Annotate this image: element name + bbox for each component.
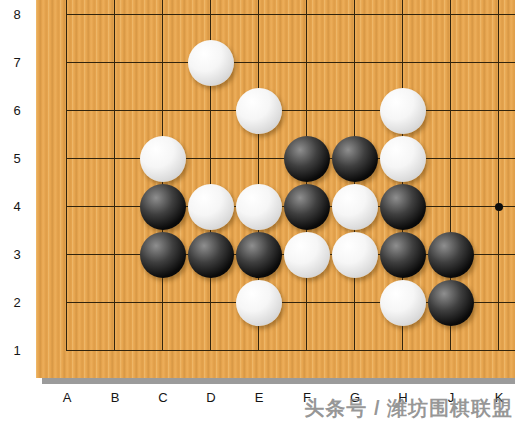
stone-black-E3[interactable] xyxy=(236,232,282,278)
grid-line-horizontal xyxy=(427,350,475,351)
stone-black-C3[interactable] xyxy=(140,232,186,278)
col-label-D: D xyxy=(199,389,223,407)
grid-line-vertical xyxy=(114,279,115,327)
intersection-E8[interactable] xyxy=(235,0,283,39)
row-label-2: 2 xyxy=(6,294,28,312)
grid-line-horizontal xyxy=(91,62,139,63)
grid-line-vertical xyxy=(258,135,259,183)
grid-line-horizontal xyxy=(235,158,283,159)
intersection-B7[interactable] xyxy=(91,39,139,87)
grid-line-horizontal xyxy=(331,302,379,303)
grid-line-vertical xyxy=(354,327,355,351)
stone-black-J2[interactable] xyxy=(428,280,474,326)
grid-line-horizontal xyxy=(139,62,187,63)
grid-line-vertical xyxy=(114,231,115,279)
intersection-A3[interactable] xyxy=(43,231,91,279)
intersection-A4[interactable] xyxy=(43,183,91,231)
grid-line-horizontal xyxy=(187,302,235,303)
intersection-C7[interactable] xyxy=(139,39,187,87)
grid-line-horizontal xyxy=(91,302,139,303)
grid-line-vertical xyxy=(402,0,403,39)
intersection-C8[interactable] xyxy=(139,0,187,39)
stone-black-F4[interactable] xyxy=(284,184,330,230)
grid-line-horizontal xyxy=(427,206,475,207)
grid-line-vertical xyxy=(450,135,451,183)
stone-white-G4[interactable] xyxy=(332,184,378,230)
intersection-K1[interactable] xyxy=(475,327,515,375)
stone-white-D7[interactable] xyxy=(188,40,234,86)
intersection-H5[interactable] xyxy=(379,135,427,183)
grid-line-vertical xyxy=(306,279,307,327)
intersection-H2[interactable] xyxy=(379,279,427,327)
intersection-J5[interactable] xyxy=(427,135,475,183)
grid-line-vertical xyxy=(114,183,115,231)
intersection-H8[interactable] xyxy=(379,0,427,39)
grid-line-horizontal xyxy=(235,62,283,63)
stone-black-D3[interactable] xyxy=(188,232,234,278)
grid-line-horizontal xyxy=(379,14,427,15)
intersection-D5[interactable] xyxy=(187,135,235,183)
intersection-B5[interactable] xyxy=(91,135,139,183)
intersection-G7[interactable] xyxy=(331,39,379,87)
col-label-E: E xyxy=(247,389,271,407)
grid-line-horizontal xyxy=(66,158,91,159)
grid-line-vertical xyxy=(162,39,163,87)
row-label-8: 8 xyxy=(6,6,28,24)
grid-line-vertical xyxy=(162,87,163,135)
stone-white-H2[interactable] xyxy=(380,280,426,326)
intersection-B2[interactable] xyxy=(91,279,139,327)
grid-line-horizontal xyxy=(66,206,91,207)
intersection-G5[interactable] xyxy=(331,135,379,183)
grid-line-vertical xyxy=(66,87,67,135)
grid-line-horizontal xyxy=(91,254,139,255)
grid-line-vertical xyxy=(66,231,67,279)
intersection-J2[interactable] xyxy=(427,279,475,327)
grid-line-horizontal xyxy=(331,110,379,111)
row-label-7: 7 xyxy=(6,54,28,72)
grid-line-vertical xyxy=(66,279,67,327)
grid-line-vertical xyxy=(498,135,499,183)
grid-line-horizontal xyxy=(331,350,379,351)
stone-black-H3[interactable] xyxy=(380,232,426,278)
grid-line-horizontal xyxy=(139,14,187,15)
intersection-C5[interactable] xyxy=(139,135,187,183)
intersection-J7[interactable] xyxy=(427,39,475,87)
grid-line-horizontal xyxy=(427,14,475,15)
intersection-F5[interactable] xyxy=(283,135,331,183)
grid-line-horizontal xyxy=(475,254,515,255)
grid-line-vertical xyxy=(498,231,499,279)
grid-line-horizontal xyxy=(379,62,427,63)
grid-line-horizontal xyxy=(331,62,379,63)
grid-line-horizontal xyxy=(379,350,427,351)
intersection-H6[interactable] xyxy=(379,87,427,135)
intersection-E7[interactable] xyxy=(235,39,283,87)
intersection-C2[interactable] xyxy=(139,279,187,327)
row-label-3: 3 xyxy=(6,246,28,264)
grid-line-vertical xyxy=(498,327,499,351)
grid-line-vertical xyxy=(450,327,451,351)
grid-line-horizontal xyxy=(66,62,91,63)
stone-black-H4[interactable] xyxy=(380,184,426,230)
intersection-E5[interactable] xyxy=(235,135,283,183)
intersection-J8[interactable] xyxy=(427,0,475,39)
col-label-C: C xyxy=(151,389,175,407)
stone-white-C5[interactable] xyxy=(140,136,186,182)
grid-line-horizontal xyxy=(187,158,235,159)
board-grid xyxy=(43,0,515,375)
intersection-D6[interactable] xyxy=(187,87,235,135)
watermark-text: 头条号 / 潍坊围棋联盟 xyxy=(304,395,513,422)
intersection-J4[interactable] xyxy=(427,183,475,231)
row-label-6: 6 xyxy=(6,102,28,120)
grid-line-vertical xyxy=(162,327,163,351)
intersection-D8[interactable] xyxy=(187,0,235,39)
intersection-F1[interactable] xyxy=(283,327,331,375)
intersection-G4[interactable] xyxy=(331,183,379,231)
intersection-F7[interactable] xyxy=(283,39,331,87)
stone-white-E4[interactable] xyxy=(236,184,282,230)
grid-line-horizontal xyxy=(427,110,475,111)
intersection-A2[interactable] xyxy=(43,279,91,327)
grid-line-vertical xyxy=(354,0,355,39)
grid-line-vertical xyxy=(210,87,211,135)
intersection-H7[interactable] xyxy=(379,39,427,87)
grid-line-vertical xyxy=(210,0,211,39)
grid-line-vertical xyxy=(402,327,403,351)
grid-line-horizontal xyxy=(66,302,91,303)
grid-line-vertical xyxy=(498,39,499,87)
grid-line-vertical xyxy=(450,39,451,87)
intersection-A5[interactable] xyxy=(43,135,91,183)
grid-line-horizontal xyxy=(91,110,139,111)
grid-line-vertical xyxy=(66,39,67,87)
grid-line-horizontal xyxy=(475,302,515,303)
grid-line-vertical xyxy=(114,135,115,183)
grid-line-horizontal xyxy=(139,350,187,351)
intersection-E1[interactable] xyxy=(235,327,283,375)
intersection-E3[interactable] xyxy=(235,231,283,279)
stone-white-F3[interactable] xyxy=(284,232,330,278)
intersection-H1[interactable] xyxy=(379,327,427,375)
intersection-D7[interactable] xyxy=(187,39,235,87)
intersection-K7[interactable] xyxy=(475,39,515,87)
grid-line-horizontal xyxy=(331,14,379,15)
grid-line-vertical xyxy=(498,279,499,327)
grid-line-vertical xyxy=(354,39,355,87)
grid-line-horizontal xyxy=(66,254,91,255)
grid-line-horizontal xyxy=(139,110,187,111)
intersection-G8[interactable] xyxy=(331,0,379,39)
intersection-D2[interactable] xyxy=(187,279,235,327)
intersection-A6[interactable] xyxy=(43,87,91,135)
intersection-J1[interactable] xyxy=(427,327,475,375)
grid-line-vertical xyxy=(402,39,403,87)
intersection-G3[interactable] xyxy=(331,231,379,279)
grid-line-horizontal xyxy=(187,110,235,111)
grid-line-horizontal xyxy=(66,14,91,15)
grid-line-horizontal xyxy=(475,62,515,63)
intersection-E6[interactable] xyxy=(235,87,283,135)
stone-black-J3[interactable] xyxy=(428,232,474,278)
intersection-A7[interactable] xyxy=(43,39,91,87)
grid-line-horizontal xyxy=(283,110,331,111)
grid-line-vertical xyxy=(162,0,163,39)
intersection-C6[interactable] xyxy=(139,87,187,135)
intersection-C4[interactable] xyxy=(139,183,187,231)
stone-white-H6[interactable] xyxy=(380,88,426,134)
intersection-G1[interactable] xyxy=(331,327,379,375)
intersection-K3[interactable] xyxy=(475,231,515,279)
intersection-K2[interactable] xyxy=(475,279,515,327)
stone-black-F5[interactable] xyxy=(284,136,330,182)
intersection-G2[interactable] xyxy=(331,279,379,327)
intersection-B6[interactable] xyxy=(91,87,139,135)
row-label-4: 4 xyxy=(6,198,28,216)
grid-line-horizontal xyxy=(187,350,235,351)
intersection-K6[interactable] xyxy=(475,87,515,135)
board-bottom-shadow xyxy=(42,378,515,384)
grid-line-horizontal xyxy=(91,14,139,15)
grid-line-horizontal xyxy=(66,110,91,111)
intersection-J3[interactable] xyxy=(427,231,475,279)
intersection-F2[interactable] xyxy=(283,279,331,327)
grid-line-horizontal xyxy=(283,14,331,15)
grid-line-horizontal xyxy=(283,62,331,63)
grid-line-vertical xyxy=(450,87,451,135)
grid-line-horizontal xyxy=(91,350,139,351)
grid-line-horizontal xyxy=(66,350,91,351)
intersection-C3[interactable] xyxy=(139,231,187,279)
grid-line-horizontal xyxy=(235,14,283,15)
go-board-scene: 87654321 ABCDEFGHJK 头条号 / 潍坊围棋联盟 xyxy=(0,0,515,422)
intersection-B4[interactable] xyxy=(91,183,139,231)
grid-line-vertical xyxy=(258,327,259,351)
grid-line-vertical xyxy=(258,0,259,39)
intersection-C1[interactable] xyxy=(139,327,187,375)
grid-line-horizontal xyxy=(283,350,331,351)
stone-white-G3[interactable] xyxy=(332,232,378,278)
grid-line-vertical xyxy=(306,0,307,39)
grid-line-vertical xyxy=(210,327,211,351)
grid-line-vertical xyxy=(498,0,499,39)
grid-line-horizontal xyxy=(427,62,475,63)
grid-line-horizontal xyxy=(475,350,515,351)
intersection-E4[interactable] xyxy=(235,183,283,231)
intersection-E2[interactable] xyxy=(235,279,283,327)
intersection-H3[interactable] xyxy=(379,231,427,279)
intersection-K5[interactable] xyxy=(475,135,515,183)
stone-white-H5[interactable] xyxy=(380,136,426,182)
intersection-F3[interactable] xyxy=(283,231,331,279)
intersection-A8[interactable] xyxy=(43,0,91,39)
grid-line-vertical xyxy=(114,327,115,351)
grid-line-vertical xyxy=(114,39,115,87)
grid-line-horizontal xyxy=(91,158,139,159)
grid-line-vertical xyxy=(450,183,451,231)
intersection-F4[interactable] xyxy=(283,183,331,231)
intersection-G6[interactable] xyxy=(331,87,379,135)
intersection-F8[interactable] xyxy=(283,0,331,39)
grid-line-horizontal xyxy=(235,350,283,351)
grid-line-horizontal xyxy=(475,158,515,159)
intersection-K8[interactable] xyxy=(475,0,515,39)
grid-line-vertical xyxy=(498,87,499,135)
grid-line-vertical xyxy=(450,0,451,39)
grid-line-vertical xyxy=(162,279,163,327)
grid-line-vertical xyxy=(306,327,307,351)
stone-white-D4[interactable] xyxy=(188,184,234,230)
grid-line-horizontal xyxy=(187,14,235,15)
grid-line-horizontal xyxy=(91,206,139,207)
col-label-A: A xyxy=(55,389,79,407)
intersection-D1[interactable] xyxy=(187,327,235,375)
grid-line-horizontal xyxy=(139,302,187,303)
intersection-K4[interactable] xyxy=(475,183,515,231)
grid-line-vertical xyxy=(210,279,211,327)
grid-line-vertical xyxy=(66,327,67,351)
grid-line-vertical xyxy=(306,39,307,87)
row-label-1: 1 xyxy=(6,342,28,360)
grid-line-horizontal xyxy=(427,158,475,159)
grid-line-vertical xyxy=(114,87,115,135)
intersection-J6[interactable] xyxy=(427,87,475,135)
intersection-B8[interactable] xyxy=(91,0,139,39)
grid-line-horizontal xyxy=(475,110,515,111)
grid-line-vertical xyxy=(66,183,67,231)
grid-line-vertical xyxy=(66,135,67,183)
stone-white-E2[interactable] xyxy=(236,280,282,326)
grid-line-vertical xyxy=(66,0,67,39)
row-label-5: 5 xyxy=(6,150,28,168)
grid-line-horizontal xyxy=(283,302,331,303)
intersection-H4[interactable] xyxy=(379,183,427,231)
intersection-F6[interactable] xyxy=(283,87,331,135)
intersection-D3[interactable] xyxy=(187,231,235,279)
grid-line-vertical xyxy=(210,135,211,183)
intersection-D4[interactable] xyxy=(187,183,235,231)
intersection-B1[interactable] xyxy=(91,327,139,375)
star-point-K4 xyxy=(495,203,503,211)
stone-black-G5[interactable] xyxy=(332,136,378,182)
grid-line-vertical xyxy=(306,87,307,135)
grid-line-horizontal xyxy=(475,14,515,15)
grid-line-vertical xyxy=(258,39,259,87)
col-label-B: B xyxy=(103,389,127,407)
grid-line-vertical xyxy=(354,87,355,135)
stone-black-C4[interactable] xyxy=(140,184,186,230)
intersection-A1[interactable] xyxy=(43,327,91,375)
grid-line-vertical xyxy=(354,279,355,327)
intersection-B3[interactable] xyxy=(91,231,139,279)
grid-line-vertical xyxy=(114,0,115,39)
stone-white-E6[interactable] xyxy=(236,88,282,134)
